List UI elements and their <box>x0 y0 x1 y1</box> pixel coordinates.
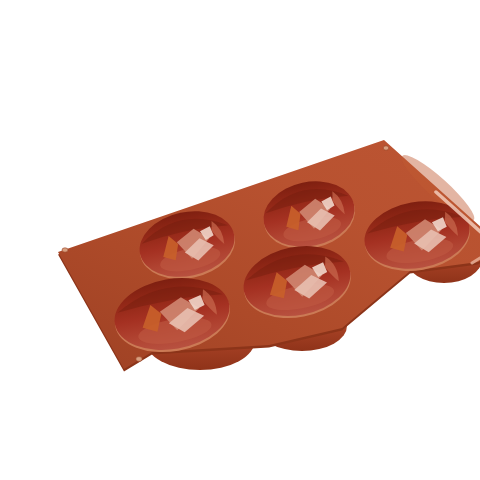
product-photo <box>40 16 480 480</box>
corner-dimple <box>383 146 389 150</box>
corner-dimple <box>136 357 142 362</box>
mould-photo-svg <box>40 16 480 480</box>
corner-dimple <box>62 248 68 252</box>
